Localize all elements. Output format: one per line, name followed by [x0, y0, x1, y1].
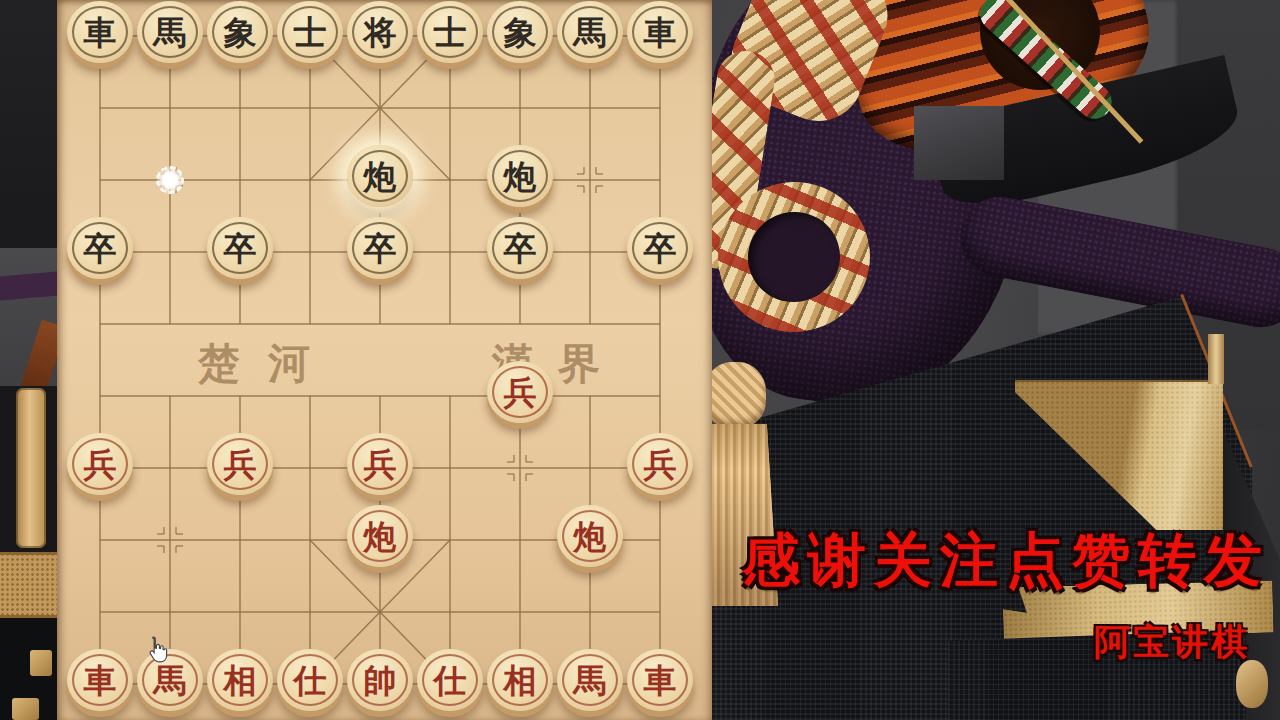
piece-character: 炮: [504, 160, 537, 193]
piece-red-仕[interactable]: 仕: [277, 649, 343, 711]
piece-character: 相: [224, 664, 257, 697]
piece-character: 兵: [224, 448, 257, 481]
piece-character: 車: [644, 16, 677, 49]
piece-character: 馬: [574, 664, 607, 697]
piece-character: 象: [224, 16, 257, 49]
xiangqi-board[interactable]: 楚河 漢界 車馬象士将士象馬車炮炮卒卒卒卒卒兵兵兵兵兵炮炮車馬相仕帥仕相馬車: [57, 0, 712, 720]
piece-character: 卒: [224, 232, 257, 265]
mouse-cursor-hand-icon[interactable]: [143, 636, 171, 668]
video-frame: 楚河 漢界 車馬象士将士象馬車炮炮卒卒卒卒卒兵兵兵兵兵炮炮車馬相仕帥仕相馬車 感…: [0, 0, 1280, 720]
piece-red-兵[interactable]: 兵: [67, 433, 133, 495]
piece-red-兵[interactable]: 兵: [627, 433, 693, 495]
piece-red-炮[interactable]: 炮: [557, 505, 623, 567]
piece-character: 兵: [644, 448, 677, 481]
piece-character: 馬: [574, 16, 607, 49]
piece-character: 車: [644, 664, 677, 697]
piece-black-炮[interactable]: 炮: [487, 145, 553, 207]
piece-black-卒[interactable]: 卒: [207, 217, 273, 279]
piece-character: 馬: [154, 16, 187, 49]
piece-character: 炮: [574, 520, 607, 553]
piece-black-卒[interactable]: 卒: [67, 217, 133, 279]
piece-black-馬[interactable]: 馬: [137, 1, 203, 63]
piece-red-相[interactable]: 相: [487, 649, 553, 711]
piece-character: 兵: [84, 448, 117, 481]
piece-character: 卒: [364, 232, 397, 265]
piece-character: 卒: [644, 232, 677, 265]
piece-black-士[interactable]: 士: [277, 1, 343, 63]
piece-red-兵[interactable]: 兵: [207, 433, 273, 495]
piece-red-帥[interactable]: 帥: [347, 649, 413, 711]
piece-black-象[interactable]: 象: [487, 1, 553, 63]
piece-character: 士: [294, 16, 327, 49]
piece-character: 車: [84, 16, 117, 49]
piece-black-士[interactable]: 士: [417, 1, 483, 63]
piece-character: 仕: [434, 664, 467, 697]
piece-red-兵[interactable]: 兵: [487, 361, 553, 423]
piece-black-車[interactable]: 車: [67, 1, 133, 63]
piece-black-卒[interactable]: 卒: [487, 217, 553, 279]
piece-character: 炮: [364, 520, 397, 553]
piece-red-仕[interactable]: 仕: [417, 649, 483, 711]
piece-red-車[interactable]: 車: [67, 649, 133, 711]
piece-red-車[interactable]: 車: [627, 649, 693, 711]
overlay-banner-text: 感谢关注点赞转发: [742, 522, 1270, 600]
piece-black-車[interactable]: 車: [627, 1, 693, 63]
piece-character: 相: [504, 664, 537, 697]
piece-red-馬[interactable]: 馬: [557, 649, 623, 711]
piece-red-兵[interactable]: 兵: [347, 433, 413, 495]
piece-character: 兵: [504, 376, 537, 409]
piece-black-象[interactable]: 象: [207, 1, 273, 63]
piece-black-卒[interactable]: 卒: [627, 217, 693, 279]
piece-character: 将: [364, 16, 397, 49]
piece-character: 卒: [84, 232, 117, 265]
piece-red-炮[interactable]: 炮: [347, 505, 413, 567]
piece-character: 象: [504, 16, 537, 49]
piece-character: 仕: [294, 664, 327, 697]
piece-black-炮[interactable]: 炮: [347, 145, 413, 207]
piece-character: 車: [84, 664, 117, 697]
last-move-origin-sparkle: [152, 162, 188, 198]
piece-character: 卒: [504, 232, 537, 265]
piece-black-将[interactable]: 将: [347, 1, 413, 63]
piece-character: 士: [434, 16, 467, 49]
piece-character: 馬: [154, 664, 187, 697]
river-label-left: 楚河: [198, 336, 338, 392]
piece-character: 帥: [364, 664, 397, 697]
overlay-credit-text: 阿宝讲棋: [1094, 618, 1250, 667]
piece-character: 炮: [364, 160, 397, 193]
piece-red-相[interactable]: 相: [207, 649, 273, 711]
piece-black-馬[interactable]: 馬: [557, 1, 623, 63]
piece-black-卒[interactable]: 卒: [347, 217, 413, 279]
board-grid: [0, 0, 1280, 720]
piece-character: 兵: [364, 448, 397, 481]
